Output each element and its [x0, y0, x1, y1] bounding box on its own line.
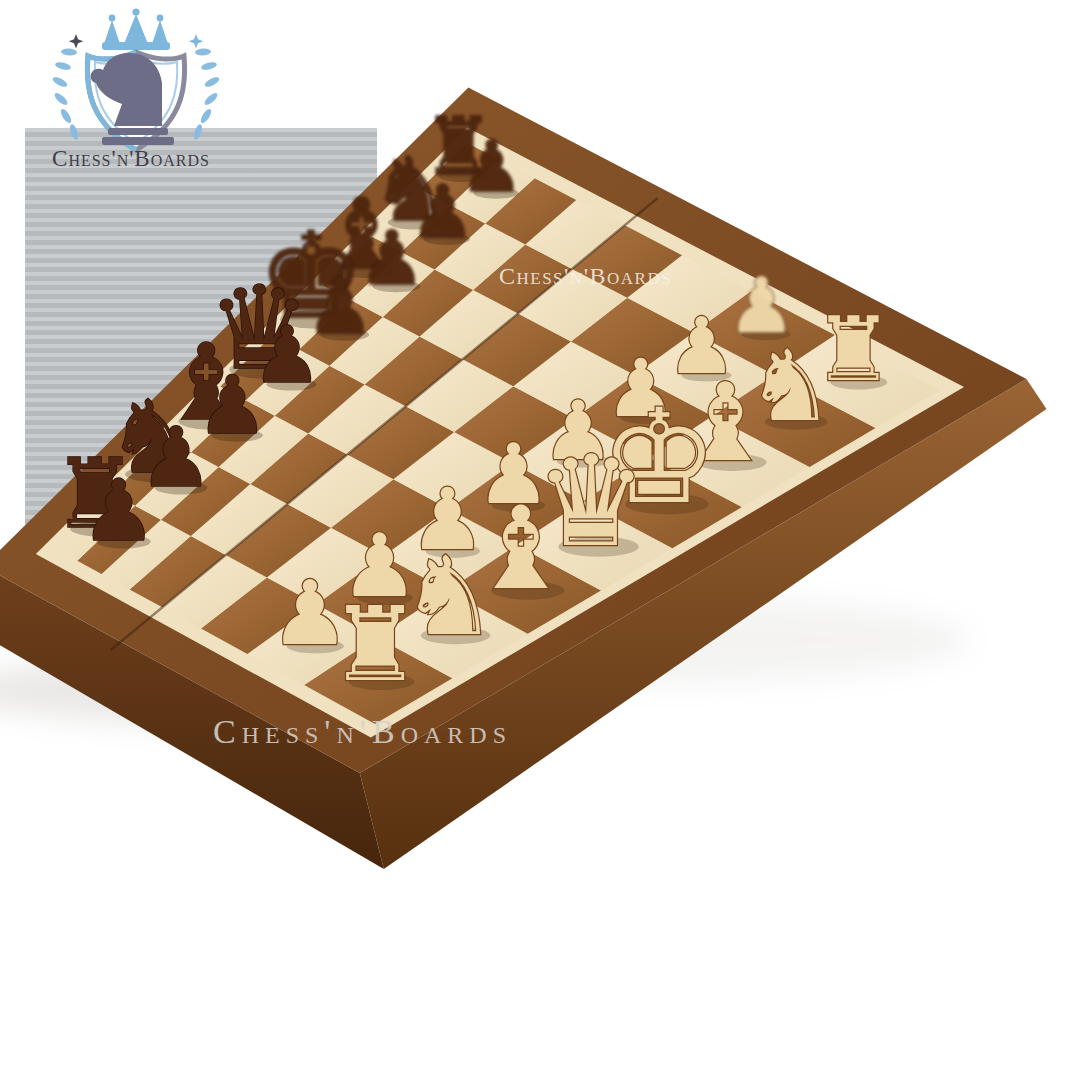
piece-white-rook-a1[interactable]: ♜ — [329, 584, 421, 704]
crown-icon — [102, 8, 170, 50]
star-icon-left — [69, 34, 83, 48]
laurel-right — [192, 48, 220, 141]
brand-logo-graphic — [36, 8, 236, 158]
piece-black-pawn-a7[interactable]: ♟ — [80, 461, 156, 560]
laurel-left — [51, 48, 79, 141]
product-photo: ♜♟♞♟♝♟♚♟♟♛♟♜♟♟♝♞♟♟♝♞♟♚♟♜♟♛♟♝♟♞♟♜ — [0, 0, 1080, 1080]
star-icon-right — [189, 34, 203, 48]
brand-logo-text: Chess'n'Boards — [0, 146, 262, 172]
